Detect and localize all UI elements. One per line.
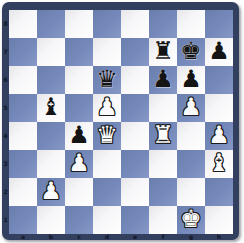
piece-white-pawn-d5[interactable]: ♟ (93, 94, 121, 122)
file-label-g: g (177, 234, 205, 240)
square-a8[interactable] (9, 10, 37, 38)
square-a5[interactable] (9, 94, 37, 122)
square-g3[interactable] (177, 150, 205, 178)
file-label-e: e (121, 234, 149, 240)
piece-white-pawn-c3[interactable]: ♟ (65, 150, 93, 178)
square-e8[interactable] (121, 10, 149, 38)
piece-black-pawn-f6[interactable]: ♟ (149, 66, 177, 94)
square-g5[interactable]: ♟ (177, 94, 205, 122)
board-grid: ♜♚♟♛♟♟♝♟♟♟♛♜♟♟♝♟♚ (9, 10, 233, 234)
square-d2[interactable] (93, 178, 121, 206)
square-c5[interactable] (65, 94, 93, 122)
square-b5[interactable]: ♝ (37, 94, 65, 122)
square-f6[interactable]: ♟ (149, 66, 177, 94)
rank-label-4: 4 (2, 122, 9, 150)
square-c3[interactable]: ♟ (65, 150, 93, 178)
square-h3[interactable]: ♝ (205, 150, 233, 178)
chess-board: ♜♚♟♛♟♟♝♟♟♟♛♜♟♟♝♟♚ 87654321 abcdefgh (2, 2, 239, 240)
square-d3[interactable] (93, 150, 121, 178)
square-a3[interactable] (9, 150, 37, 178)
square-f5[interactable] (149, 94, 177, 122)
rank-label-8: 8 (2, 10, 9, 38)
square-c4[interactable]: ♟ (65, 122, 93, 150)
square-c7[interactable] (65, 38, 93, 66)
piece-black-king-g7[interactable]: ♚ (177, 38, 205, 66)
file-label-a: a (9, 234, 37, 240)
square-e6[interactable] (121, 66, 149, 94)
square-g7[interactable]: ♚ (177, 38, 205, 66)
piece-white-king-g1[interactable]: ♚ (177, 206, 205, 234)
square-f8[interactable] (149, 10, 177, 38)
file-label-d: d (93, 234, 121, 240)
piece-white-queen-d4[interactable]: ♛ (93, 122, 121, 150)
piece-black-rook-f7[interactable]: ♜ (149, 38, 177, 66)
square-a1[interactable] (9, 206, 37, 234)
square-a4[interactable] (9, 122, 37, 150)
square-g6[interactable]: ♟ (177, 66, 205, 94)
square-h6[interactable] (205, 66, 233, 94)
square-f1[interactable] (149, 206, 177, 234)
square-b7[interactable] (37, 38, 65, 66)
rank-label-6: 6 (2, 66, 9, 94)
square-e7[interactable] (121, 38, 149, 66)
square-b6[interactable] (37, 66, 65, 94)
square-d7[interactable] (93, 38, 121, 66)
square-h8[interactable] (205, 10, 233, 38)
piece-black-pawn-h7[interactable]: ♟ (205, 38, 233, 66)
rank-label-1: 1 (2, 206, 9, 234)
square-h2[interactable] (205, 178, 233, 206)
piece-black-pawn-g6[interactable]: ♟ (177, 66, 205, 94)
piece-white-bishop-h3[interactable]: ♝ (205, 150, 233, 178)
square-d6[interactable]: ♛ (93, 66, 121, 94)
square-a7[interactable] (9, 38, 37, 66)
square-e1[interactable] (121, 206, 149, 234)
square-e2[interactable] (121, 178, 149, 206)
square-f3[interactable] (149, 150, 177, 178)
file-label-f: f (149, 234, 177, 240)
square-a2[interactable] (9, 178, 37, 206)
piece-black-pawn-c4[interactable]: ♟ (65, 122, 93, 150)
square-b2[interactable]: ♟ (37, 178, 65, 206)
square-c2[interactable] (65, 178, 93, 206)
square-c6[interactable] (65, 66, 93, 94)
square-c1[interactable] (65, 206, 93, 234)
square-h4[interactable]: ♟ (205, 122, 233, 150)
square-g1[interactable]: ♚ (177, 206, 205, 234)
square-b3[interactable] (37, 150, 65, 178)
square-d8[interactable] (93, 10, 121, 38)
square-d1[interactable] (93, 206, 121, 234)
file-label-h: h (205, 234, 233, 240)
square-e5[interactable] (121, 94, 149, 122)
square-g4[interactable] (177, 122, 205, 150)
square-e4[interactable] (121, 122, 149, 150)
square-h1[interactable] (205, 206, 233, 234)
square-f2[interactable] (149, 178, 177, 206)
square-b8[interactable] (37, 10, 65, 38)
piece-white-pawn-b2[interactable]: ♟ (37, 178, 65, 206)
rank-label-2: 2 (2, 178, 9, 206)
piece-white-pawn-g5[interactable]: ♟ (177, 94, 205, 122)
file-label-b: b (37, 234, 65, 240)
square-g2[interactable] (177, 178, 205, 206)
piece-white-pawn-h4[interactable]: ♟ (205, 122, 233, 150)
piece-black-bishop-b5[interactable]: ♝ (37, 94, 65, 122)
square-c8[interactable] (65, 10, 93, 38)
piece-black-queen-d6[interactable]: ♛ (93, 66, 121, 94)
square-a6[interactable] (9, 66, 37, 94)
square-f7[interactable]: ♜ (149, 38, 177, 66)
rank-label-7: 7 (2, 38, 9, 66)
square-h7[interactable]: ♟ (205, 38, 233, 66)
rank-label-3: 3 (2, 150, 9, 178)
file-label-c: c (65, 234, 93, 240)
square-g8[interactable] (177, 10, 205, 38)
square-f4[interactable]: ♜ (149, 122, 177, 150)
square-b1[interactable] (37, 206, 65, 234)
square-d5[interactable]: ♟ (93, 94, 121, 122)
square-d4[interactable]: ♛ (93, 122, 121, 150)
square-b4[interactable] (37, 122, 65, 150)
piece-white-rook-f4[interactable]: ♜ (149, 122, 177, 150)
square-h5[interactable] (205, 94, 233, 122)
rank-label-5: 5 (2, 94, 9, 122)
square-e3[interactable] (121, 150, 149, 178)
